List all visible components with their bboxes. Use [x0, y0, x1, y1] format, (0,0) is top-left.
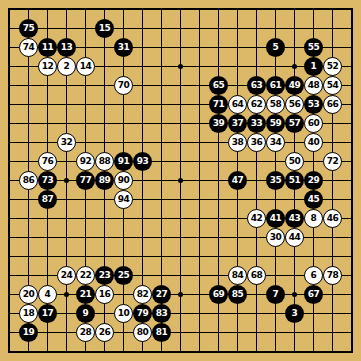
intersection-N8[interactable]: [228, 209, 247, 228]
intersection-G11[interactable]: 91: [114, 152, 133, 171]
intersection-N9[interactable]: [228, 190, 247, 209]
intersection-A19[interactable]: [0, 0, 19, 19]
intersection-A6[interactable]: [0, 247, 19, 266]
intersection-D14[interactable]: [57, 95, 76, 114]
intersection-D5[interactable]: 24: [57, 266, 76, 285]
intersection-R2[interactable]: [304, 323, 323, 342]
intersection-S10[interactable]: [323, 171, 342, 190]
intersection-L12[interactable]: [190, 133, 209, 152]
intersection-L18[interactable]: [190, 19, 209, 38]
intersection-O4[interactable]: [247, 285, 266, 304]
intersection-Q13[interactable]: 57: [285, 114, 304, 133]
intersection-F7[interactable]: [95, 228, 114, 247]
intersection-T5[interactable]: [342, 266, 361, 285]
intersection-K11[interactable]: [171, 152, 190, 171]
intersection-L19[interactable]: [190, 0, 209, 19]
intersection-Q14[interactable]: 56: [285, 95, 304, 114]
intersection-S2[interactable]: [323, 323, 342, 342]
intersection-M18[interactable]: [209, 19, 228, 38]
intersection-F13[interactable]: [95, 114, 114, 133]
intersection-K4[interactable]: [171, 285, 190, 304]
intersection-E9[interactable]: [76, 190, 95, 209]
intersection-S11[interactable]: 72: [323, 152, 342, 171]
intersection-K12[interactable]: [171, 133, 190, 152]
intersection-T9[interactable]: [342, 190, 361, 209]
intersection-J14[interactable]: [152, 95, 171, 114]
intersection-J10[interactable]: [152, 171, 171, 190]
intersection-E10[interactable]: 77: [76, 171, 95, 190]
intersection-F15[interactable]: [95, 76, 114, 95]
intersection-R14[interactable]: 53: [304, 95, 323, 114]
intersection-M3[interactable]: [209, 304, 228, 323]
intersection-G7[interactable]: [114, 228, 133, 247]
intersection-O14[interactable]: 62: [247, 95, 266, 114]
intersection-F3[interactable]: [95, 304, 114, 323]
intersection-Q2[interactable]: [285, 323, 304, 342]
intersection-H2[interactable]: 80: [133, 323, 152, 342]
intersection-L15[interactable]: [190, 76, 209, 95]
intersection-T12[interactable]: [342, 133, 361, 152]
intersection-L7[interactable]: [190, 228, 209, 247]
intersection-C7[interactable]: [38, 228, 57, 247]
intersection-E2[interactable]: 28: [76, 323, 95, 342]
intersection-G18[interactable]: [114, 19, 133, 38]
intersection-E8[interactable]: [76, 209, 95, 228]
intersection-R12[interactable]: 40: [304, 133, 323, 152]
intersection-O9[interactable]: [247, 190, 266, 209]
intersection-H19[interactable]: [133, 0, 152, 19]
intersection-G2[interactable]: [114, 323, 133, 342]
intersection-K2[interactable]: [171, 323, 190, 342]
intersection-R18[interactable]: [304, 19, 323, 38]
intersection-B6[interactable]: [19, 247, 38, 266]
intersection-C18[interactable]: [38, 19, 57, 38]
intersection-M14[interactable]: 71: [209, 95, 228, 114]
intersection-F9[interactable]: [95, 190, 114, 209]
intersection-B16[interactable]: [19, 57, 38, 76]
intersection-O2[interactable]: [247, 323, 266, 342]
intersection-J15[interactable]: [152, 76, 171, 95]
intersection-M12[interactable]: [209, 133, 228, 152]
intersection-S15[interactable]: 54: [323, 76, 342, 95]
intersection-K17[interactable]: [171, 38, 190, 57]
intersection-B12[interactable]: [19, 133, 38, 152]
intersection-Q10[interactable]: 51: [285, 171, 304, 190]
intersection-A18[interactable]: [0, 19, 19, 38]
intersection-P7[interactable]: 30: [266, 228, 285, 247]
intersection-J19[interactable]: [152, 0, 171, 19]
intersection-S16[interactable]: 52: [323, 57, 342, 76]
intersection-N14[interactable]: 64: [228, 95, 247, 114]
intersection-A15[interactable]: [0, 76, 19, 95]
intersection-D9[interactable]: [57, 190, 76, 209]
intersection-P18[interactable]: [266, 19, 285, 38]
intersection-Q1[interactable]: [285, 342, 304, 361]
intersection-O16[interactable]: [247, 57, 266, 76]
intersection-B8[interactable]: [19, 209, 38, 228]
intersection-C15[interactable]: [38, 76, 57, 95]
intersection-L13[interactable]: [190, 114, 209, 133]
intersection-H15[interactable]: [133, 76, 152, 95]
intersection-K14[interactable]: [171, 95, 190, 114]
intersection-E7[interactable]: [76, 228, 95, 247]
intersection-R9[interactable]: 45: [304, 190, 323, 209]
intersection-P11[interactable]: [266, 152, 285, 171]
intersection-T17[interactable]: [342, 38, 361, 57]
intersection-T13[interactable]: [342, 114, 361, 133]
intersection-T16[interactable]: [342, 57, 361, 76]
intersection-P13[interactable]: 59: [266, 114, 285, 133]
intersection-S17[interactable]: [323, 38, 342, 57]
intersection-G8[interactable]: [114, 209, 133, 228]
intersection-J5[interactable]: [152, 266, 171, 285]
intersection-R5[interactable]: 6: [304, 266, 323, 285]
intersection-C16[interactable]: 12: [38, 57, 57, 76]
intersection-G5[interactable]: 25: [114, 266, 133, 285]
intersection-M15[interactable]: 65: [209, 76, 228, 95]
intersection-J18[interactable]: [152, 19, 171, 38]
intersection-B2[interactable]: 19: [19, 323, 38, 342]
intersection-Q18[interactable]: [285, 19, 304, 38]
intersection-T14[interactable]: [342, 95, 361, 114]
intersection-K5[interactable]: [171, 266, 190, 285]
intersection-S5[interactable]: 78: [323, 266, 342, 285]
intersection-C9[interactable]: 87: [38, 190, 57, 209]
intersection-N11[interactable]: [228, 152, 247, 171]
intersection-F17[interactable]: [95, 38, 114, 57]
intersection-K18[interactable]: [171, 19, 190, 38]
intersection-S12[interactable]: [323, 133, 342, 152]
intersection-L5[interactable]: [190, 266, 209, 285]
intersection-C11[interactable]: 76: [38, 152, 57, 171]
intersection-F8[interactable]: [95, 209, 114, 228]
intersection-T10[interactable]: [342, 171, 361, 190]
intersection-F14[interactable]: [95, 95, 114, 114]
intersection-M4[interactable]: 69: [209, 285, 228, 304]
intersection-O7[interactable]: [247, 228, 266, 247]
intersection-C8[interactable]: [38, 209, 57, 228]
intersection-T3[interactable]: [342, 304, 361, 323]
intersection-R4[interactable]: 67: [304, 285, 323, 304]
intersection-D13[interactable]: [57, 114, 76, 133]
intersection-T1[interactable]: [342, 342, 361, 361]
intersection-N6[interactable]: [228, 247, 247, 266]
intersection-J6[interactable]: [152, 247, 171, 266]
intersection-F19[interactable]: [95, 0, 114, 19]
intersection-J3[interactable]: 83: [152, 304, 171, 323]
intersection-M10[interactable]: [209, 171, 228, 190]
intersection-N3[interactable]: [228, 304, 247, 323]
intersection-E3[interactable]: 9: [76, 304, 95, 323]
intersection-Q17[interactable]: [285, 38, 304, 57]
intersection-T2[interactable]: [342, 323, 361, 342]
intersection-K19[interactable]: [171, 0, 190, 19]
intersection-H16[interactable]: [133, 57, 152, 76]
intersection-A17[interactable]: [0, 38, 19, 57]
intersection-B3[interactable]: 18: [19, 304, 38, 323]
intersection-E18[interactable]: [76, 19, 95, 38]
intersection-M2[interactable]: [209, 323, 228, 342]
intersection-F12[interactable]: [95, 133, 114, 152]
intersection-K15[interactable]: [171, 76, 190, 95]
intersection-G16[interactable]: [114, 57, 133, 76]
intersection-P19[interactable]: [266, 0, 285, 19]
intersection-S19[interactable]: [323, 0, 342, 19]
intersection-G6[interactable]: [114, 247, 133, 266]
intersection-J9[interactable]: [152, 190, 171, 209]
intersection-J8[interactable]: [152, 209, 171, 228]
intersection-N1[interactable]: [228, 342, 247, 361]
intersection-D19[interactable]: [57, 0, 76, 19]
intersection-A2[interactable]: [0, 323, 19, 342]
intersection-H1[interactable]: [133, 342, 152, 361]
intersection-B7[interactable]: [19, 228, 38, 247]
intersection-A12[interactable]: [0, 133, 19, 152]
intersection-P17[interactable]: 5: [266, 38, 285, 57]
intersection-B13[interactable]: [19, 114, 38, 133]
intersection-R11[interactable]: [304, 152, 323, 171]
intersection-N12[interactable]: 38: [228, 133, 247, 152]
intersection-O12[interactable]: 36: [247, 133, 266, 152]
intersection-G17[interactable]: 31: [114, 38, 133, 57]
intersection-K9[interactable]: [171, 190, 190, 209]
intersection-B9[interactable]: [19, 190, 38, 209]
intersection-G13[interactable]: [114, 114, 133, 133]
intersection-T7[interactable]: [342, 228, 361, 247]
intersection-R7[interactable]: [304, 228, 323, 247]
intersection-Q4[interactable]: [285, 285, 304, 304]
intersection-E4[interactable]: 21: [76, 285, 95, 304]
intersection-L1[interactable]: [190, 342, 209, 361]
intersection-B5[interactable]: [19, 266, 38, 285]
intersection-E15[interactable]: [76, 76, 95, 95]
intersection-P3[interactable]: [266, 304, 285, 323]
intersection-J17[interactable]: [152, 38, 171, 57]
intersection-P2[interactable]: [266, 323, 285, 342]
intersection-O10[interactable]: [247, 171, 266, 190]
intersection-N16[interactable]: [228, 57, 247, 76]
intersection-G19[interactable]: [114, 0, 133, 19]
intersection-D10[interactable]: [57, 171, 76, 190]
intersection-S6[interactable]: [323, 247, 342, 266]
intersection-G10[interactable]: 90: [114, 171, 133, 190]
intersection-Q6[interactable]: [285, 247, 304, 266]
intersection-E16[interactable]: 14: [76, 57, 95, 76]
intersection-K8[interactable]: [171, 209, 190, 228]
intersection-E14[interactable]: [76, 95, 95, 114]
intersection-J4[interactable]: 27: [152, 285, 171, 304]
intersection-S7[interactable]: [323, 228, 342, 247]
intersection-P12[interactable]: 34: [266, 133, 285, 152]
intersection-P5[interactable]: [266, 266, 285, 285]
intersection-S14[interactable]: 66: [323, 95, 342, 114]
intersection-J16[interactable]: [152, 57, 171, 76]
intersection-C4[interactable]: 4: [38, 285, 57, 304]
intersection-L14[interactable]: [190, 95, 209, 114]
intersection-A1[interactable]: [0, 342, 19, 361]
intersection-B1[interactable]: [19, 342, 38, 361]
intersection-E1[interactable]: [76, 342, 95, 361]
intersection-L9[interactable]: [190, 190, 209, 209]
intersection-C13[interactable]: [38, 114, 57, 133]
intersection-R15[interactable]: 48: [304, 76, 323, 95]
intersection-N2[interactable]: [228, 323, 247, 342]
intersection-B11[interactable]: [19, 152, 38, 171]
intersection-L10[interactable]: [190, 171, 209, 190]
intersection-O18[interactable]: [247, 19, 266, 38]
intersection-K6[interactable]: [171, 247, 190, 266]
intersection-J2[interactable]: 81: [152, 323, 171, 342]
intersection-B19[interactable]: [19, 0, 38, 19]
intersection-H13[interactable]: [133, 114, 152, 133]
intersection-K13[interactable]: [171, 114, 190, 133]
intersection-Q16[interactable]: [285, 57, 304, 76]
intersection-T19[interactable]: [342, 0, 361, 19]
intersection-O6[interactable]: [247, 247, 266, 266]
intersection-C19[interactable]: [38, 0, 57, 19]
intersection-R10[interactable]: 29: [304, 171, 323, 190]
intersection-N17[interactable]: [228, 38, 247, 57]
intersection-A9[interactable]: [0, 190, 19, 209]
intersection-B17[interactable]: 74: [19, 38, 38, 57]
intersection-L2[interactable]: [190, 323, 209, 342]
intersection-F11[interactable]: 88: [95, 152, 114, 171]
intersection-H4[interactable]: 82: [133, 285, 152, 304]
intersection-L16[interactable]: [190, 57, 209, 76]
intersection-K1[interactable]: [171, 342, 190, 361]
intersection-G15[interactable]: 70: [114, 76, 133, 95]
intersection-T8[interactable]: [342, 209, 361, 228]
intersection-F1[interactable]: [95, 342, 114, 361]
intersection-Q5[interactable]: [285, 266, 304, 285]
intersection-D2[interactable]: [57, 323, 76, 342]
intersection-P15[interactable]: 61: [266, 76, 285, 95]
intersection-R8[interactable]: 8: [304, 209, 323, 228]
intersection-O15[interactable]: 63: [247, 76, 266, 95]
intersection-G9[interactable]: 94: [114, 190, 133, 209]
intersection-M13[interactable]: 39: [209, 114, 228, 133]
intersection-J11[interactable]: [152, 152, 171, 171]
intersection-L17[interactable]: [190, 38, 209, 57]
intersection-E13[interactable]: [76, 114, 95, 133]
intersection-S1[interactable]: [323, 342, 342, 361]
intersection-Q11[interactable]: 50: [285, 152, 304, 171]
intersection-E11[interactable]: 92: [76, 152, 95, 171]
intersection-H8[interactable]: [133, 209, 152, 228]
intersection-R1[interactable]: [304, 342, 323, 361]
intersection-A5[interactable]: [0, 266, 19, 285]
intersection-C1[interactable]: [38, 342, 57, 361]
intersection-R13[interactable]: 60: [304, 114, 323, 133]
intersection-P1[interactable]: [266, 342, 285, 361]
intersection-Q3[interactable]: 3: [285, 304, 304, 323]
intersection-P4[interactable]: 7: [266, 285, 285, 304]
intersection-O11[interactable]: [247, 152, 266, 171]
intersection-P6[interactable]: [266, 247, 285, 266]
intersection-O19[interactable]: [247, 0, 266, 19]
intersection-K16[interactable]: [171, 57, 190, 76]
intersection-L6[interactable]: [190, 247, 209, 266]
intersection-M1[interactable]: [209, 342, 228, 361]
intersection-F10[interactable]: 89: [95, 171, 114, 190]
intersection-A3[interactable]: [0, 304, 19, 323]
intersection-K10[interactable]: [171, 171, 190, 190]
intersection-H7[interactable]: [133, 228, 152, 247]
intersection-T18[interactable]: [342, 19, 361, 38]
intersection-L4[interactable]: [190, 285, 209, 304]
intersection-M7[interactable]: [209, 228, 228, 247]
intersection-N7[interactable]: [228, 228, 247, 247]
intersection-E17[interactable]: [76, 38, 95, 57]
intersection-S8[interactable]: 46: [323, 209, 342, 228]
intersection-F16[interactable]: [95, 57, 114, 76]
intersection-S9[interactable]: [323, 190, 342, 209]
intersection-C3[interactable]: 17: [38, 304, 57, 323]
intersection-M5[interactable]: [209, 266, 228, 285]
intersection-K7[interactable]: [171, 228, 190, 247]
intersection-B18[interactable]: 75: [19, 19, 38, 38]
intersection-B10[interactable]: 86: [19, 171, 38, 190]
intersection-Q15[interactable]: 49: [285, 76, 304, 95]
intersection-C17[interactable]: 11: [38, 38, 57, 57]
intersection-D7[interactable]: [57, 228, 76, 247]
intersection-G14[interactable]: [114, 95, 133, 114]
intersection-C6[interactable]: [38, 247, 57, 266]
intersection-K3[interactable]: [171, 304, 190, 323]
intersection-B4[interactable]: 20: [19, 285, 38, 304]
intersection-D11[interactable]: [57, 152, 76, 171]
intersection-G12[interactable]: [114, 133, 133, 152]
intersection-J13[interactable]: [152, 114, 171, 133]
intersection-T4[interactable]: [342, 285, 361, 304]
intersection-S4[interactable]: [323, 285, 342, 304]
intersection-M19[interactable]: [209, 0, 228, 19]
intersection-H11[interactable]: 93: [133, 152, 152, 171]
intersection-P14[interactable]: 58: [266, 95, 285, 114]
intersection-D15[interactable]: [57, 76, 76, 95]
intersection-H9[interactable]: [133, 190, 152, 209]
intersection-J7[interactable]: [152, 228, 171, 247]
intersection-N18[interactable]: [228, 19, 247, 38]
intersection-O17[interactable]: [247, 38, 266, 57]
intersection-P16[interactable]: [266, 57, 285, 76]
intersection-A11[interactable]: [0, 152, 19, 171]
intersection-L8[interactable]: [190, 209, 209, 228]
intersection-P10[interactable]: 35: [266, 171, 285, 190]
intersection-A16[interactable]: [0, 57, 19, 76]
intersection-S13[interactable]: [323, 114, 342, 133]
intersection-A10[interactable]: [0, 171, 19, 190]
intersection-R3[interactable]: [304, 304, 323, 323]
intersection-H18[interactable]: [133, 19, 152, 38]
intersection-M17[interactable]: [209, 38, 228, 57]
intersection-T15[interactable]: [342, 76, 361, 95]
intersection-F5[interactable]: 23: [95, 266, 114, 285]
intersection-H5[interactable]: [133, 266, 152, 285]
intersection-A4[interactable]: [0, 285, 19, 304]
intersection-A7[interactable]: [0, 228, 19, 247]
intersection-R16[interactable]: 1: [304, 57, 323, 76]
intersection-O3[interactable]: [247, 304, 266, 323]
intersection-D17[interactable]: 13: [57, 38, 76, 57]
intersection-M16[interactable]: [209, 57, 228, 76]
intersection-N4[interactable]: 85: [228, 285, 247, 304]
intersection-F18[interactable]: 15: [95, 19, 114, 38]
intersection-R19[interactable]: [304, 0, 323, 19]
intersection-H17[interactable]: [133, 38, 152, 57]
intersection-L3[interactable]: [190, 304, 209, 323]
intersection-C14[interactable]: [38, 95, 57, 114]
